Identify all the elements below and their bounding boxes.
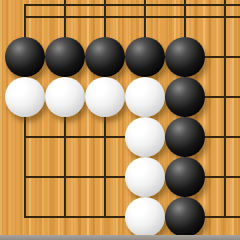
black-stone[interactable] [165, 117, 205, 157]
black-stone[interactable] [165, 37, 205, 77]
white-stone[interactable] [85, 77, 125, 117]
grid-line [24, 16, 240, 18]
white-stone[interactable] [125, 197, 165, 237]
white-stone[interactable] [5, 77, 45, 117]
white-stone[interactable] [125, 77, 165, 117]
board-bottom-edge [0, 235, 240, 240]
white-stone[interactable] [125, 157, 165, 197]
black-stone[interactable] [45, 37, 85, 77]
black-stone[interactable] [165, 157, 205, 197]
go-board[interactable] [0, 0, 240, 240]
grid-line [24, 4, 240, 6]
black-stone[interactable] [125, 37, 165, 77]
black-stone[interactable] [5, 37, 45, 77]
black-stone[interactable] [85, 37, 125, 77]
grid-line [224, 0, 226, 218]
black-stone[interactable] [165, 197, 205, 237]
white-stone[interactable] [125, 117, 165, 157]
black-stone[interactable] [165, 77, 205, 117]
white-stone[interactable] [45, 77, 85, 117]
